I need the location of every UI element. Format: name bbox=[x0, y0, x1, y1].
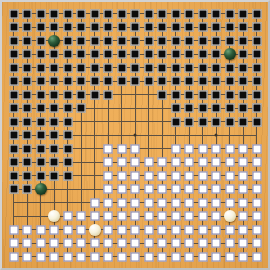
hoshi-dot bbox=[134, 134, 137, 137]
black-influence-marker bbox=[225, 117, 234, 126]
black-influence-marker bbox=[225, 104, 234, 113]
black-influence-marker bbox=[252, 9, 261, 18]
black-influence-marker bbox=[144, 63, 153, 72]
white-influence-marker bbox=[117, 144, 126, 153]
black-influence-marker bbox=[185, 63, 194, 72]
white-influence-marker bbox=[131, 252, 140, 261]
white-influence-marker bbox=[104, 185, 113, 194]
black-influence-marker bbox=[239, 63, 248, 72]
black-influence-marker bbox=[185, 90, 194, 99]
black-influence-marker bbox=[9, 63, 18, 72]
white-influence-marker bbox=[198, 144, 207, 153]
black-influence-marker bbox=[77, 90, 86, 99]
white-influence-marker bbox=[171, 239, 180, 248]
white-influence-marker bbox=[252, 239, 261, 248]
black-influence-marker bbox=[185, 77, 194, 86]
black-influence-marker bbox=[63, 36, 72, 45]
black-influence-marker bbox=[9, 90, 18, 99]
black-influence-marker bbox=[23, 131, 32, 140]
black-influence-marker bbox=[239, 90, 248, 99]
white-influence-marker bbox=[185, 212, 194, 221]
black-influence-marker bbox=[77, 77, 86, 86]
white-influence-marker bbox=[117, 225, 126, 234]
white-stone[interactable] bbox=[224, 210, 236, 222]
white-influence-marker bbox=[158, 171, 167, 180]
black-influence-marker bbox=[212, 63, 221, 72]
black-influence-marker bbox=[117, 36, 126, 45]
white-influence-marker bbox=[185, 158, 194, 167]
black-influence-marker bbox=[63, 77, 72, 86]
black-influence-marker bbox=[77, 36, 86, 45]
black-influence-marker bbox=[50, 50, 59, 59]
white-influence-marker bbox=[185, 225, 194, 234]
black-influence-marker bbox=[50, 77, 59, 86]
black-influence-marker bbox=[36, 117, 45, 126]
white-influence-marker bbox=[212, 171, 221, 180]
black-influence-marker bbox=[9, 171, 18, 180]
black-influence-marker bbox=[90, 77, 99, 86]
white-influence-marker bbox=[212, 158, 221, 167]
black-influence-marker bbox=[23, 158, 32, 167]
black-influence-marker bbox=[131, 63, 140, 72]
black-influence-marker bbox=[50, 171, 59, 180]
black-influence-marker bbox=[23, 104, 32, 113]
black-influence-marker bbox=[225, 9, 234, 18]
black-influence-marker bbox=[9, 77, 18, 86]
black-influence-marker bbox=[212, 90, 221, 99]
black-influence-marker bbox=[131, 50, 140, 59]
white-influence-marker bbox=[158, 158, 167, 167]
white-influence-marker bbox=[252, 158, 261, 167]
white-influence-marker bbox=[198, 185, 207, 194]
black-influence-marker bbox=[131, 23, 140, 32]
black-influence-marker bbox=[77, 63, 86, 72]
white-influence-marker bbox=[104, 171, 113, 180]
black-influence-marker bbox=[158, 23, 167, 32]
white-influence-marker bbox=[171, 144, 180, 153]
black-influence-marker bbox=[50, 90, 59, 99]
white-stone[interactable] bbox=[89, 224, 101, 236]
black-influence-marker bbox=[50, 104, 59, 113]
white-influence-marker bbox=[171, 158, 180, 167]
black-influence-marker bbox=[9, 144, 18, 153]
black-influence-marker bbox=[104, 50, 113, 59]
white-influence-marker bbox=[144, 212, 153, 221]
white-influence-marker bbox=[198, 225, 207, 234]
black-influence-marker bbox=[225, 63, 234, 72]
white-influence-marker bbox=[198, 158, 207, 167]
black-influence-marker bbox=[23, 63, 32, 72]
white-influence-marker bbox=[239, 198, 248, 207]
white-influence-marker bbox=[198, 198, 207, 207]
black-influence-marker bbox=[158, 9, 167, 18]
black-influence-marker bbox=[252, 117, 261, 126]
black-influence-marker bbox=[23, 90, 32, 99]
black-influence-marker bbox=[63, 90, 72, 99]
white-influence-marker bbox=[185, 144, 194, 153]
black-influence-marker bbox=[50, 131, 59, 140]
white-influence-marker bbox=[225, 144, 234, 153]
black-influence-marker bbox=[144, 77, 153, 86]
white-influence-marker bbox=[171, 252, 180, 261]
white-influence-marker bbox=[239, 212, 248, 221]
white-influence-marker bbox=[144, 185, 153, 194]
white-influence-marker bbox=[90, 212, 99, 221]
white-influence-marker bbox=[9, 252, 18, 261]
black-influence-marker bbox=[36, 144, 45, 153]
white-influence-marker bbox=[198, 212, 207, 221]
black-influence-marker bbox=[9, 185, 18, 194]
white-influence-marker bbox=[50, 252, 59, 261]
black-influence-marker bbox=[117, 50, 126, 59]
white-influence-marker bbox=[77, 225, 86, 234]
black-influence-marker bbox=[36, 50, 45, 59]
white-influence-marker bbox=[104, 225, 113, 234]
black-influence-marker bbox=[36, 9, 45, 18]
black-influence-marker bbox=[9, 158, 18, 167]
white-influence-marker bbox=[239, 185, 248, 194]
white-influence-marker bbox=[63, 252, 72, 261]
black-influence-marker bbox=[23, 171, 32, 180]
black-influence-marker bbox=[9, 23, 18, 32]
white-influence-marker bbox=[90, 252, 99, 261]
black-influence-marker bbox=[131, 36, 140, 45]
white-influence-marker bbox=[131, 171, 140, 180]
white-influence-marker bbox=[158, 185, 167, 194]
black-influence-marker bbox=[144, 23, 153, 32]
black-influence-marker bbox=[117, 9, 126, 18]
black-influence-marker bbox=[185, 9, 194, 18]
white-influence-marker bbox=[171, 212, 180, 221]
white-influence-marker bbox=[225, 198, 234, 207]
white-influence-marker bbox=[104, 198, 113, 207]
white-influence-marker bbox=[104, 212, 113, 221]
black-influence-marker bbox=[158, 90, 167, 99]
black-influence-marker bbox=[252, 23, 261, 32]
white-influence-marker bbox=[131, 239, 140, 248]
white-influence-marker bbox=[185, 171, 194, 180]
black-influence-marker bbox=[239, 23, 248, 32]
black-influence-marker bbox=[239, 117, 248, 126]
white-stone[interactable] bbox=[48, 210, 60, 222]
black-influence-marker bbox=[144, 9, 153, 18]
white-influence-marker bbox=[117, 239, 126, 248]
black-influence-marker bbox=[185, 36, 194, 45]
black-influence-marker bbox=[90, 63, 99, 72]
white-influence-marker bbox=[158, 198, 167, 207]
black-influence-marker bbox=[185, 23, 194, 32]
white-influence-marker bbox=[252, 198, 261, 207]
white-influence-marker bbox=[23, 225, 32, 234]
black-influence-marker bbox=[252, 36, 261, 45]
black-influence-marker bbox=[198, 90, 207, 99]
black-influence-marker bbox=[23, 23, 32, 32]
black-influence-marker bbox=[77, 23, 86, 32]
black-influence-marker bbox=[252, 90, 261, 99]
white-influence-marker bbox=[131, 185, 140, 194]
black-influence-marker bbox=[50, 63, 59, 72]
black-influence-marker bbox=[23, 185, 32, 194]
white-influence-marker bbox=[252, 212, 261, 221]
black-influence-marker bbox=[9, 131, 18, 140]
black-influence-marker bbox=[117, 63, 126, 72]
black-influence-marker bbox=[50, 9, 59, 18]
white-influence-marker bbox=[117, 198, 126, 207]
white-influence-marker bbox=[212, 198, 221, 207]
black-influence-marker bbox=[239, 104, 248, 113]
white-influence-marker bbox=[239, 239, 248, 248]
white-influence-marker bbox=[198, 252, 207, 261]
white-influence-marker bbox=[90, 239, 99, 248]
black-influence-marker bbox=[50, 144, 59, 153]
white-influence-marker bbox=[144, 198, 153, 207]
black-influence-marker bbox=[36, 77, 45, 86]
black-influence-marker bbox=[63, 171, 72, 180]
white-influence-marker bbox=[225, 171, 234, 180]
black-influence-marker bbox=[171, 117, 180, 126]
white-influence-marker bbox=[131, 158, 140, 167]
white-influence-marker bbox=[239, 252, 248, 261]
white-influence-marker bbox=[63, 239, 72, 248]
black-influence-marker bbox=[198, 36, 207, 45]
black-influence-marker bbox=[171, 36, 180, 45]
black-influence-marker bbox=[198, 50, 207, 59]
white-influence-marker bbox=[63, 225, 72, 234]
black-influence-marker bbox=[63, 63, 72, 72]
black-influence-marker bbox=[104, 63, 113, 72]
black-influence-marker bbox=[90, 36, 99, 45]
white-influence-marker bbox=[144, 158, 153, 167]
black-influence-marker bbox=[158, 77, 167, 86]
black-influence-marker bbox=[158, 36, 167, 45]
black-influence-marker bbox=[63, 144, 72, 153]
black-influence-marker bbox=[171, 23, 180, 32]
white-influence-marker bbox=[212, 225, 221, 234]
white-influence-marker bbox=[185, 252, 194, 261]
white-influence-marker bbox=[23, 239, 32, 248]
white-influence-marker bbox=[225, 185, 234, 194]
white-influence-marker bbox=[239, 171, 248, 180]
black-influence-marker bbox=[90, 9, 99, 18]
black-influence-marker bbox=[239, 36, 248, 45]
white-influence-marker bbox=[158, 239, 167, 248]
black-influence-marker bbox=[104, 9, 113, 18]
black-influence-marker bbox=[9, 117, 18, 126]
white-influence-marker bbox=[104, 158, 113, 167]
black-influence-marker bbox=[198, 77, 207, 86]
black-influence-marker bbox=[63, 158, 72, 167]
white-influence-marker bbox=[158, 252, 167, 261]
white-influence-marker bbox=[144, 239, 153, 248]
white-influence-marker bbox=[131, 144, 140, 153]
black-influence-marker bbox=[171, 104, 180, 113]
black-influence-marker bbox=[9, 104, 18, 113]
white-influence-marker bbox=[117, 158, 126, 167]
white-influence-marker bbox=[212, 252, 221, 261]
black-influence-marker bbox=[225, 90, 234, 99]
white-influence-marker bbox=[131, 225, 140, 234]
black-influence-marker bbox=[252, 50, 261, 59]
black-influence-marker bbox=[117, 77, 126, 86]
black-influence-marker bbox=[63, 104, 72, 113]
black-influence-marker bbox=[77, 104, 86, 113]
black-influence-marker bbox=[36, 23, 45, 32]
black-influence-marker bbox=[36, 63, 45, 72]
black-influence-marker bbox=[50, 158, 59, 167]
white-influence-marker bbox=[171, 198, 180, 207]
black-influence-marker bbox=[212, 104, 221, 113]
black-influence-marker bbox=[104, 77, 113, 86]
white-influence-marker bbox=[252, 252, 261, 261]
white-influence-marker bbox=[23, 252, 32, 261]
white-influence-marker bbox=[185, 239, 194, 248]
white-influence-marker bbox=[198, 239, 207, 248]
black-influence-marker bbox=[90, 50, 99, 59]
black-influence-marker bbox=[63, 23, 72, 32]
white-influence-marker bbox=[225, 252, 234, 261]
white-influence-marker bbox=[63, 212, 72, 221]
white-influence-marker bbox=[117, 252, 126, 261]
black-influence-marker bbox=[171, 9, 180, 18]
black-influence-marker bbox=[77, 9, 86, 18]
black-influence-marker bbox=[131, 9, 140, 18]
white-influence-marker bbox=[158, 225, 167, 234]
black-influence-marker bbox=[36, 158, 45, 167]
white-influence-marker bbox=[131, 198, 140, 207]
black-influence-marker bbox=[77, 50, 86, 59]
black-influence-marker bbox=[239, 77, 248, 86]
white-influence-marker bbox=[212, 212, 221, 221]
go-board[interactable] bbox=[0, 0, 270, 270]
black-influence-marker bbox=[23, 9, 32, 18]
white-influence-marker bbox=[225, 239, 234, 248]
black-influence-marker bbox=[212, 36, 221, 45]
black-influence-marker bbox=[252, 77, 261, 86]
black-influence-marker bbox=[90, 90, 99, 99]
white-influence-marker bbox=[171, 171, 180, 180]
white-influence-marker bbox=[239, 158, 248, 167]
black-influence-marker bbox=[50, 117, 59, 126]
white-influence-marker bbox=[239, 144, 248, 153]
white-influence-marker bbox=[212, 239, 221, 248]
black-influence-marker bbox=[104, 23, 113, 32]
white-influence-marker bbox=[50, 239, 59, 248]
white-influence-marker bbox=[36, 225, 45, 234]
white-influence-marker bbox=[198, 171, 207, 180]
black-influence-marker bbox=[171, 90, 180, 99]
black-influence-marker bbox=[198, 63, 207, 72]
black-influence-marker bbox=[63, 9, 72, 18]
black-stone[interactable] bbox=[35, 183, 47, 195]
black-influence-marker bbox=[212, 77, 221, 86]
black-influence-marker bbox=[36, 36, 45, 45]
black-influence-marker bbox=[185, 50, 194, 59]
white-influence-marker bbox=[144, 225, 153, 234]
black-influence-marker bbox=[9, 36, 18, 45]
black-influence-marker bbox=[198, 23, 207, 32]
white-influence-marker bbox=[50, 225, 59, 234]
black-influence-marker bbox=[185, 117, 194, 126]
white-influence-marker bbox=[225, 158, 234, 167]
black-influence-marker bbox=[144, 36, 153, 45]
white-influence-marker bbox=[144, 252, 153, 261]
white-influence-marker bbox=[77, 239, 86, 248]
black-influence-marker bbox=[144, 50, 153, 59]
black-influence-marker bbox=[23, 50, 32, 59]
white-influence-marker bbox=[144, 171, 153, 180]
black-influence-marker bbox=[36, 131, 45, 140]
black-influence-marker bbox=[198, 9, 207, 18]
black-influence-marker bbox=[36, 171, 45, 180]
white-influence-marker bbox=[117, 185, 126, 194]
black-influence-marker bbox=[198, 104, 207, 113]
black-influence-marker bbox=[90, 23, 99, 32]
white-influence-marker bbox=[212, 185, 221, 194]
black-influence-marker bbox=[239, 50, 248, 59]
black-influence-marker bbox=[131, 77, 140, 86]
black-influence-marker bbox=[171, 50, 180, 59]
black-influence-marker bbox=[252, 104, 261, 113]
black-influence-marker bbox=[171, 77, 180, 86]
black-influence-marker bbox=[63, 50, 72, 59]
black-influence-marker bbox=[117, 23, 126, 32]
white-influence-marker bbox=[171, 225, 180, 234]
white-influence-marker bbox=[104, 252, 113, 261]
black-influence-marker bbox=[225, 36, 234, 45]
black-influence-marker bbox=[171, 63, 180, 72]
white-influence-marker bbox=[252, 171, 261, 180]
white-influence-marker bbox=[104, 144, 113, 153]
black-influence-marker bbox=[9, 9, 18, 18]
white-influence-marker bbox=[90, 198, 99, 207]
black-influence-marker bbox=[63, 131, 72, 140]
white-influence-marker bbox=[252, 144, 261, 153]
white-influence-marker bbox=[36, 239, 45, 248]
black-stone[interactable] bbox=[224, 48, 236, 60]
black-influence-marker bbox=[198, 117, 207, 126]
black-influence-marker bbox=[225, 77, 234, 86]
black-influence-marker bbox=[212, 117, 221, 126]
black-influence-marker bbox=[36, 104, 45, 113]
white-influence-marker bbox=[252, 185, 261, 194]
black-influence-marker bbox=[23, 77, 32, 86]
white-influence-marker bbox=[185, 198, 194, 207]
black-influence-marker bbox=[212, 9, 221, 18]
white-influence-marker bbox=[77, 212, 86, 221]
white-influence-marker bbox=[117, 171, 126, 180]
black-influence-marker bbox=[158, 63, 167, 72]
black-influence-marker bbox=[252, 63, 261, 72]
hoshi-dot bbox=[215, 134, 218, 137]
white-influence-marker bbox=[9, 239, 18, 248]
white-influence-marker bbox=[131, 212, 140, 221]
black-stone[interactable] bbox=[48, 35, 60, 47]
black-influence-marker bbox=[212, 23, 221, 32]
black-influence-marker bbox=[104, 36, 113, 45]
black-influence-marker bbox=[23, 144, 32, 153]
black-influence-marker bbox=[50, 23, 59, 32]
black-influence-marker bbox=[23, 36, 32, 45]
white-influence-marker bbox=[225, 225, 234, 234]
black-influence-marker bbox=[185, 104, 194, 113]
white-influence-marker bbox=[158, 212, 167, 221]
white-influence-marker bbox=[117, 212, 126, 221]
white-influence-marker bbox=[239, 225, 248, 234]
white-influence-marker bbox=[185, 185, 194, 194]
black-influence-marker bbox=[158, 50, 167, 59]
black-influence-marker bbox=[239, 9, 248, 18]
white-influence-marker bbox=[171, 185, 180, 194]
